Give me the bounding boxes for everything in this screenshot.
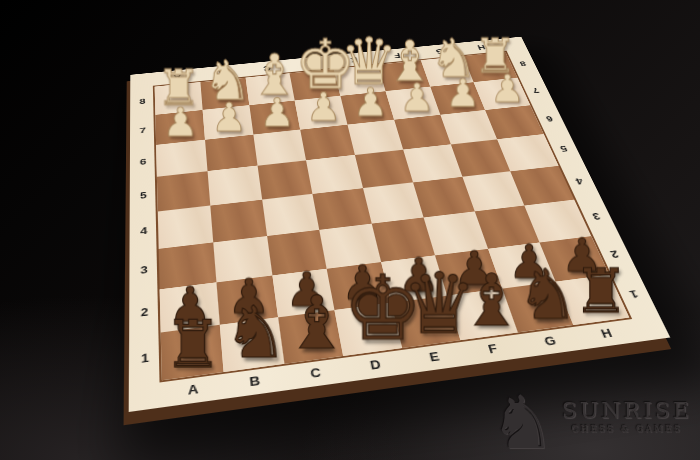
square-a6	[156, 140, 207, 177]
square-g3	[474, 205, 539, 248]
square-b5	[207, 166, 261, 206]
square-f5	[403, 145, 462, 183]
rank-label: 8	[130, 87, 155, 118]
square-c6	[253, 129, 306, 165]
piece-dark-pawn-a2: ♟	[161, 282, 219, 328]
sunrise-logo: ♞ SUNRISE CHESS & GAMES	[489, 386, 692, 460]
square-a5	[157, 171, 210, 211]
sunrise-logo-horse-icon: ♞	[489, 386, 555, 460]
rank-label: 5	[130, 177, 158, 215]
sunrise-logo-text: SUNRISE CHESS & GAMES	[562, 398, 692, 448]
board-border-frame: ABCDEFGH ABCDEFGH 87654321 87654321 ♜♞♝♚…	[129, 37, 671, 412]
piece-dark-knight-g1: ♞	[516, 262, 574, 328]
square-b2: ♟	[216, 275, 277, 325]
square-c3	[267, 230, 327, 276]
chess-board: ABCDEFGH ABCDEFGH 87654321 87654321 ♜♞♝♚…	[129, 37, 671, 412]
square-b3	[213, 236, 272, 282]
square-a3	[159, 242, 216, 289]
rank-label: 2	[129, 289, 161, 337]
square-a7: ♟	[155, 110, 204, 145]
square-d3	[319, 223, 381, 268]
logo-brand: SUNRISE	[562, 398, 692, 423]
square-c4	[262, 194, 320, 236]
scene: ABCDEFGH ABCDEFGH 87654321 87654321 ♜♞♝♚…	[0, 0, 700, 460]
square-e5	[355, 150, 413, 188]
square-c2: ♟	[272, 268, 335, 317]
square-e4	[363, 182, 423, 223]
logo-tagline: CHESS & GAMES	[572, 424, 683, 434]
piece-dark-pawn-b2: ♟	[220, 275, 278, 321]
square-d2: ♟	[327, 262, 391, 311]
square-a1: ♜	[161, 325, 224, 380]
rank-label: 7	[130, 115, 156, 148]
square-d1: ♚	[335, 303, 402, 356]
square-g4	[462, 171, 525, 211]
playing-area: ♜♞♝♚♛♝♞♜♟♟♟♟♟♟♟♟♟♟♟♟♟♟♟♟♜♞♝♚♛♝♞♜	[155, 52, 629, 380]
square-b1: ♞	[220, 318, 284, 372]
rank-label: 4	[130, 211, 159, 252]
square-a2: ♟	[160, 282, 220, 333]
square-c1: ♝	[278, 310, 344, 364]
square-d5	[306, 155, 363, 194]
rank-label: 6	[130, 145, 157, 180]
rank-label: 3	[129, 249, 159, 293]
square-a4	[158, 205, 213, 248]
piece-dark-pawn-c2: ♟	[277, 268, 335, 313]
piece-light-knight-b8: ♞	[202, 55, 248, 107]
rank-label: 1	[129, 333, 162, 385]
